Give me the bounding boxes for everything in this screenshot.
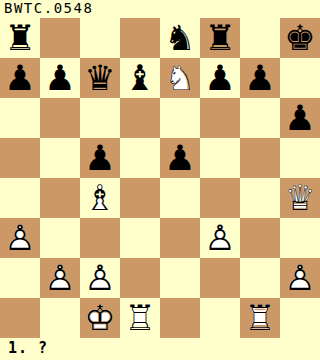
square-h8[interactable]: ♚ bbox=[280, 18, 320, 58]
white-piece-outline: ♕ bbox=[280, 178, 320, 218]
black-bishop: ♝ bbox=[120, 58, 160, 98]
black-pawn: ♟ bbox=[0, 58, 40, 98]
square-b8[interactable] bbox=[40, 18, 80, 58]
square-f3[interactable]: ♟♙ bbox=[200, 218, 240, 258]
square-g8[interactable] bbox=[240, 18, 280, 58]
black-rook: ♜ bbox=[0, 18, 40, 58]
square-f7[interactable]: ♟ bbox=[200, 58, 240, 98]
white-piece-outline: ♖ bbox=[240, 298, 280, 338]
square-b2[interactable]: ♟♙ bbox=[40, 258, 80, 298]
white-bishop: ♝♗ bbox=[80, 178, 120, 218]
white-piece-outline: ♙ bbox=[280, 258, 320, 298]
square-d2[interactable] bbox=[120, 258, 160, 298]
square-h7[interactable] bbox=[280, 58, 320, 98]
white-king: ♚♔ bbox=[80, 298, 120, 338]
square-d7[interactable]: ♝ bbox=[120, 58, 160, 98]
square-h3[interactable] bbox=[280, 218, 320, 258]
square-c8[interactable] bbox=[80, 18, 120, 58]
square-g4[interactable] bbox=[240, 178, 280, 218]
square-c7[interactable]: ♛ bbox=[80, 58, 120, 98]
puzzle-title: BWTC.0548 bbox=[0, 0, 320, 18]
white-pawn: ♟♙ bbox=[280, 258, 320, 298]
move-prompt: 1. ? bbox=[0, 338, 320, 360]
square-c1[interactable]: ♚♔ bbox=[80, 298, 120, 338]
square-f1[interactable] bbox=[200, 298, 240, 338]
square-e8[interactable]: ♞ bbox=[160, 18, 200, 58]
white-piece-outline: ♙ bbox=[40, 258, 80, 298]
square-c2[interactable]: ♟♙ bbox=[80, 258, 120, 298]
white-rook: ♜♖ bbox=[240, 298, 280, 338]
black-queen: ♛ bbox=[80, 58, 120, 98]
square-e1[interactable] bbox=[160, 298, 200, 338]
white-piece-outline: ♖ bbox=[120, 298, 160, 338]
square-h2[interactable]: ♟♙ bbox=[280, 258, 320, 298]
square-d5[interactable] bbox=[120, 138, 160, 178]
square-b5[interactable] bbox=[40, 138, 80, 178]
square-e5[interactable]: ♟ bbox=[160, 138, 200, 178]
black-pawn: ♟ bbox=[160, 138, 200, 178]
square-g5[interactable] bbox=[240, 138, 280, 178]
square-g7[interactable]: ♟ bbox=[240, 58, 280, 98]
black-piece-glyph: ♞ bbox=[160, 18, 200, 58]
white-pawn: ♟♙ bbox=[40, 258, 80, 298]
square-a8[interactable]: ♜ bbox=[0, 18, 40, 58]
black-pawn: ♟ bbox=[200, 58, 240, 98]
square-b3[interactable] bbox=[40, 218, 80, 258]
white-piece-outline: ♙ bbox=[200, 218, 240, 258]
square-a2[interactable] bbox=[0, 258, 40, 298]
square-b7[interactable]: ♟ bbox=[40, 58, 80, 98]
black-piece-glyph: ♝ bbox=[120, 58, 160, 98]
square-h1[interactable] bbox=[280, 298, 320, 338]
square-d6[interactable] bbox=[120, 98, 160, 138]
black-rook: ♜ bbox=[200, 18, 240, 58]
square-b6[interactable] bbox=[40, 98, 80, 138]
square-f5[interactable] bbox=[200, 138, 240, 178]
black-piece-glyph: ♟ bbox=[200, 58, 240, 98]
square-h6[interactable]: ♟ bbox=[280, 98, 320, 138]
square-e2[interactable] bbox=[160, 258, 200, 298]
black-piece-glyph: ♟ bbox=[80, 138, 120, 178]
square-b1[interactable] bbox=[40, 298, 80, 338]
white-pawn: ♟♙ bbox=[0, 218, 40, 258]
white-piece-outline: ♙ bbox=[0, 218, 40, 258]
square-c3[interactable] bbox=[80, 218, 120, 258]
square-a4[interactable] bbox=[0, 178, 40, 218]
black-piece-glyph: ♟ bbox=[240, 58, 280, 98]
black-knight: ♞ bbox=[160, 18, 200, 58]
white-rook: ♜♖ bbox=[120, 298, 160, 338]
black-pawn: ♟ bbox=[40, 58, 80, 98]
black-piece-glyph: ♟ bbox=[160, 138, 200, 178]
black-piece-glyph: ♜ bbox=[0, 18, 40, 58]
black-pawn: ♟ bbox=[240, 58, 280, 98]
white-queen: ♛♕ bbox=[280, 178, 320, 218]
white-pawn: ♟♙ bbox=[80, 258, 120, 298]
square-g3[interactable] bbox=[240, 218, 280, 258]
square-g6[interactable] bbox=[240, 98, 280, 138]
square-a1[interactable] bbox=[0, 298, 40, 338]
square-a3[interactable]: ♟♙ bbox=[0, 218, 40, 258]
square-e6[interactable] bbox=[160, 98, 200, 138]
white-piece-outline: ♗ bbox=[80, 178, 120, 218]
square-c4[interactable]: ♝♗ bbox=[80, 178, 120, 218]
square-e4[interactable] bbox=[160, 178, 200, 218]
square-e3[interactable] bbox=[160, 218, 200, 258]
square-e7[interactable]: ♞♘ bbox=[160, 58, 200, 98]
square-d3[interactable] bbox=[120, 218, 160, 258]
square-f4[interactable] bbox=[200, 178, 240, 218]
square-h4[interactable]: ♛♕ bbox=[280, 178, 320, 218]
black-piece-glyph: ♟ bbox=[0, 58, 40, 98]
white-piece-outline: ♘ bbox=[160, 58, 200, 98]
square-d1[interactable]: ♜♖ bbox=[120, 298, 160, 338]
black-piece-glyph: ♟ bbox=[280, 98, 320, 138]
white-pawn: ♟♙ bbox=[200, 218, 240, 258]
square-h5[interactable] bbox=[280, 138, 320, 178]
black-piece-glyph: ♜ bbox=[200, 18, 240, 58]
black-pawn: ♟ bbox=[280, 98, 320, 138]
black-piece-glyph: ♟ bbox=[40, 58, 80, 98]
square-c5[interactable]: ♟ bbox=[80, 138, 120, 178]
square-d4[interactable] bbox=[120, 178, 160, 218]
square-g2[interactable] bbox=[240, 258, 280, 298]
white-piece-outline: ♙ bbox=[80, 258, 120, 298]
square-a6[interactable] bbox=[0, 98, 40, 138]
black-king: ♚ bbox=[280, 18, 320, 58]
square-f8[interactable]: ♜ bbox=[200, 18, 240, 58]
square-f2[interactable] bbox=[200, 258, 240, 298]
white-knight: ♞♘ bbox=[160, 58, 200, 98]
black-pawn: ♟ bbox=[80, 138, 120, 178]
square-c6[interactable] bbox=[80, 98, 120, 138]
square-g1[interactable]: ♜♖ bbox=[240, 298, 280, 338]
chess-board: ♜♞♜♚♟♟♛♝♞♘♟♟♟♟♟♝♗♛♕♟♙♟♙♟♙♟♙♟♙♚♔♜♖♜♖ bbox=[0, 18, 320, 338]
black-piece-glyph: ♚ bbox=[280, 18, 320, 58]
black-piece-glyph: ♛ bbox=[80, 58, 120, 98]
square-f6[interactable] bbox=[200, 98, 240, 138]
square-d8[interactable] bbox=[120, 18, 160, 58]
square-a5[interactable] bbox=[0, 138, 40, 178]
square-b4[interactable] bbox=[40, 178, 80, 218]
white-piece-outline: ♔ bbox=[80, 298, 120, 338]
square-a7[interactable]: ♟ bbox=[0, 58, 40, 98]
